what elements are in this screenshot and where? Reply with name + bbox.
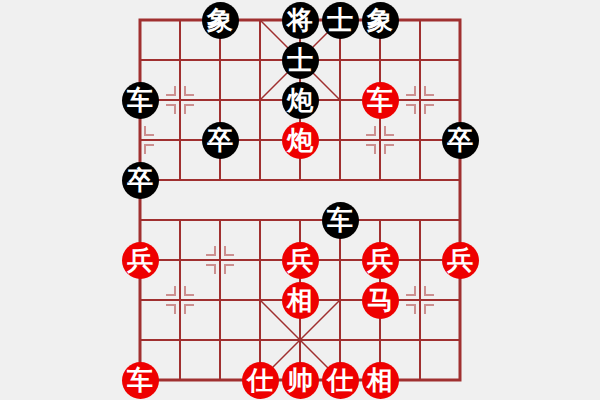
piece-red-horse[interactable]: 马 (362, 282, 399, 319)
piece-black-soldier[interactable]: 卒 (122, 162, 159, 199)
piece-glyph: 仕 (247, 367, 273, 393)
piece-black-chariot[interactable]: 车 (322, 202, 359, 239)
piece-black-general[interactable]: 将 (282, 2, 319, 39)
piece-black-soldier[interactable]: 卒 (442, 122, 479, 159)
piece-black-advisor[interactable]: 士 (282, 42, 319, 79)
piece-glyph: 卒 (207, 127, 233, 153)
piece-red-cannon[interactable]: 炮 (282, 122, 319, 159)
piece-red-elephant[interactable]: 相 (282, 282, 319, 319)
piece-glyph: 车 (367, 87, 393, 113)
piece-black-soldier[interactable]: 卒 (202, 122, 239, 159)
piece-red-chariot[interactable]: 车 (122, 362, 159, 399)
piece-glyph: 车 (327, 207, 353, 233)
piece-red-chariot[interactable]: 车 (362, 82, 399, 119)
piece-glyph: 炮 (287, 127, 313, 153)
board-grid[interactable]: 象将士象士车炮车卒炮卒卒车兵兵兵兵相马车仕帅仕相 (120, 0, 480, 400)
piece-glyph: 车 (127, 367, 153, 393)
piece-black-cannon[interactable]: 炮 (282, 82, 319, 119)
piece-red-soldier[interactable]: 兵 (282, 242, 319, 279)
piece-red-soldier[interactable]: 兵 (122, 242, 159, 279)
piece-glyph: 兵 (367, 247, 393, 273)
piece-glyph: 兵 (447, 247, 473, 273)
piece-glyph: 士 (287, 47, 313, 73)
piece-glyph: 将 (287, 7, 313, 33)
piece-red-advisor[interactable]: 仕 (242, 362, 279, 399)
piece-red-soldier[interactable]: 兵 (442, 242, 479, 279)
piece-glyph: 兵 (287, 247, 313, 273)
piece-red-advisor[interactable]: 仕 (322, 362, 359, 399)
piece-black-advisor[interactable]: 士 (322, 2, 359, 39)
piece-red-elephant[interactable]: 相 (362, 362, 399, 399)
piece-black-elephant[interactable]: 象 (362, 2, 399, 39)
piece-glyph: 相 (367, 367, 393, 393)
piece-glyph: 帅 (287, 367, 313, 393)
piece-glyph: 相 (287, 287, 313, 313)
piece-glyph: 卒 (447, 127, 473, 153)
piece-glyph: 马 (367, 287, 393, 313)
piece-red-soldier[interactable]: 兵 (362, 242, 399, 279)
piece-glyph: 车 (127, 87, 153, 113)
piece-black-chariot[interactable]: 车 (122, 82, 159, 119)
piece-glyph: 象 (207, 7, 233, 33)
piece-glyph: 仕 (327, 367, 353, 393)
piece-black-elephant[interactable]: 象 (202, 2, 239, 39)
piece-glyph: 卒 (127, 167, 153, 193)
piece-glyph: 炮 (287, 87, 313, 113)
xiangqi-board-screen: 象将士象士车炮车卒炮卒卒车兵兵兵兵相马车仕帅仕相 (0, 0, 600, 400)
piece-glyph: 士 (327, 7, 353, 33)
piece-glyph: 兵 (127, 247, 153, 273)
piece-red-general[interactable]: 帅 (282, 362, 319, 399)
piece-glyph: 象 (367, 7, 393, 33)
